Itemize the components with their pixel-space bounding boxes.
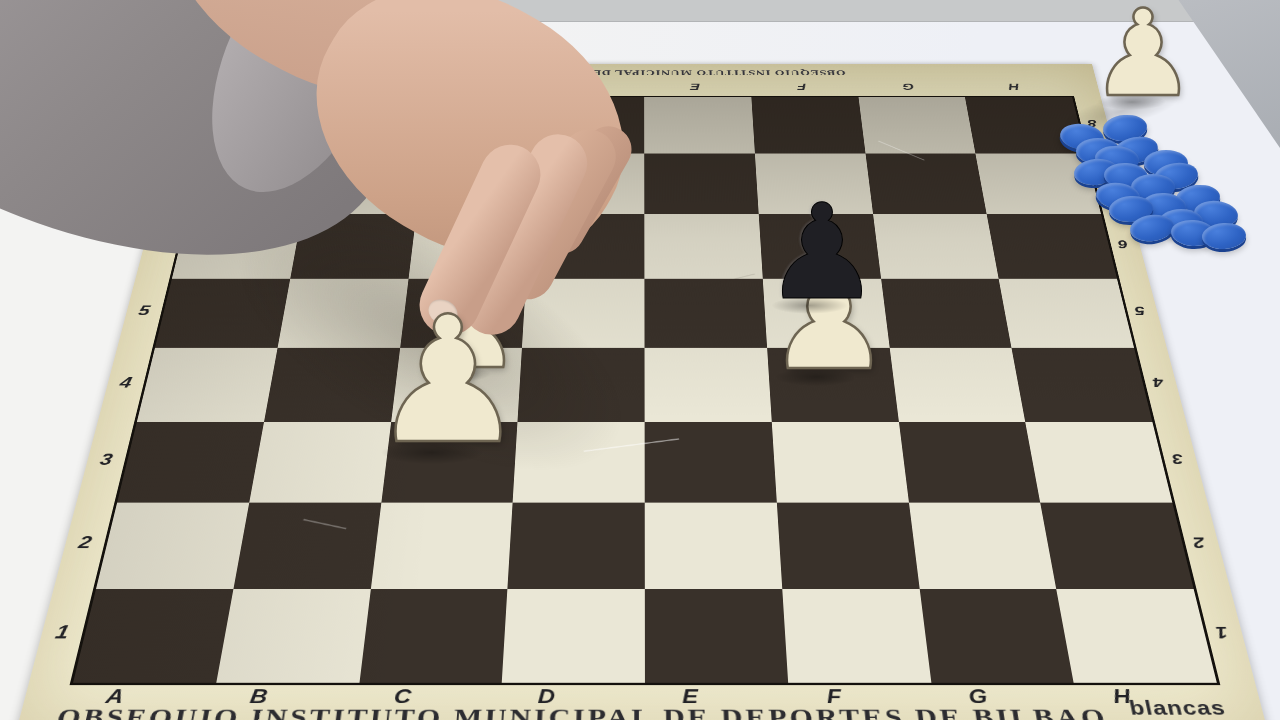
square-b2[interactable]: [233, 502, 381, 589]
square-e7[interactable]: [644, 154, 758, 214]
square-e3[interactable]: [645, 422, 777, 502]
square-e6[interactable]: [644, 214, 762, 279]
square-f3[interactable]: [772, 422, 909, 502]
piece-black-pawn-f5[interactable]: ♟: [763, 186, 881, 318]
square-g4[interactable]: [889, 348, 1025, 422]
square-a1[interactable]: [73, 589, 233, 683]
blue-chip[interactable]: [1201, 222, 1246, 250]
square-h3[interactable]: [1025, 422, 1172, 502]
piece-white-pawn-offboard[interactable]: ♟: [1089, 0, 1197, 114]
scene: OBSEQUIO INSTITUTO MUNICIPAL DE DEPORTES…: [0, 0, 1280, 720]
square-g1[interactable]: [919, 589, 1074, 683]
square-g5[interactable]: [881, 279, 1012, 348]
coord-label: F: [748, 81, 855, 91]
piece-white-pawn-c3[interactable]: ♟: [370, 293, 527, 468]
coord-label: E: [642, 81, 749, 91]
square-g2[interactable]: [908, 502, 1056, 589]
square-f8[interactable]: [751, 97, 865, 154]
square-a3[interactable]: [117, 422, 264, 502]
square-b1[interactable]: [216, 589, 370, 683]
coord-label: G: [854, 81, 962, 91]
square-h4[interactable]: [1012, 348, 1153, 422]
square-g8[interactable]: [858, 97, 975, 154]
square-e1[interactable]: [645, 589, 788, 683]
square-h6[interactable]: [987, 214, 1117, 279]
square-c2[interactable]: [370, 502, 512, 589]
board-edge-text-bottom: OBSEQUIO INSTITUTO MUNICIPAL DE DEPORTES…: [16, 703, 1148, 720]
square-a4[interactable]: [137, 348, 278, 422]
square-e8[interactable]: [644, 97, 755, 154]
square-d1[interactable]: [502, 589, 645, 683]
square-e4[interactable]: [645, 348, 772, 422]
coord-label: H: [960, 81, 1069, 91]
square-h5[interactable]: [999, 279, 1134, 348]
square-h2[interactable]: [1040, 502, 1193, 589]
square-g3[interactable]: [899, 422, 1041, 502]
square-e5[interactable]: [644, 279, 766, 348]
square-g7[interactable]: [865, 154, 987, 214]
square-h1[interactable]: [1056, 589, 1216, 683]
square-a2[interactable]: [96, 502, 249, 589]
square-d2[interactable]: [508, 502, 645, 589]
blancas-label: blancas: [1111, 697, 1245, 720]
square-e2[interactable]: [645, 502, 782, 589]
square-f2[interactable]: [777, 502, 920, 589]
square-c1[interactable]: [359, 589, 508, 683]
square-f1[interactable]: [782, 589, 931, 683]
